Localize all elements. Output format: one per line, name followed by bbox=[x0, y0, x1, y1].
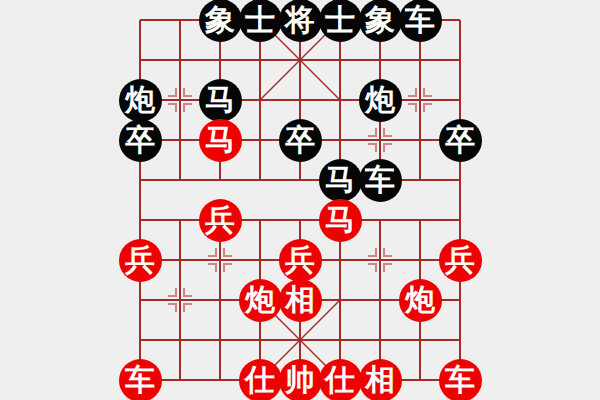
piece-glyph: 相 bbox=[359, 359, 402, 400]
piece-glyph: 车 bbox=[399, 0, 442, 42]
piece-glyph: 将 bbox=[279, 0, 322, 42]
piece-black-soldier[interactable]: 卒 bbox=[120, 120, 160, 160]
piece-black-soldier[interactable]: 卒 bbox=[440, 120, 480, 160]
piece-red-cannon[interactable]: 炮 bbox=[400, 280, 440, 320]
piece-red-elephant[interactable]: 相 bbox=[360, 360, 400, 400]
pieces-layer: 象士将士象车炮马炮卒马卒卒马车兵马兵兵兵炮相炮车仕帅仕相车 bbox=[120, 0, 480, 400]
piece-glyph: 士 bbox=[239, 0, 282, 42]
piece-glyph: 兵 bbox=[119, 239, 162, 282]
piece-black-horse[interactable]: 马 bbox=[200, 80, 240, 120]
piece-red-horse[interactable]: 马 bbox=[320, 200, 360, 240]
piece-glyph: 炮 bbox=[359, 79, 402, 122]
piece-glyph: 马 bbox=[319, 159, 362, 202]
piece-glyph: 兵 bbox=[199, 199, 242, 242]
piece-glyph: 卒 bbox=[279, 119, 322, 162]
piece-red-advisor[interactable]: 仕 bbox=[240, 360, 280, 400]
piece-glyph: 马 bbox=[199, 79, 242, 122]
piece-red-advisor[interactable]: 仕 bbox=[320, 360, 360, 400]
piece-glyph: 相 bbox=[279, 279, 322, 322]
piece-black-cannon[interactable]: 炮 bbox=[360, 80, 400, 120]
piece-glyph: 炮 bbox=[399, 279, 442, 322]
piece-glyph: 象 bbox=[199, 0, 242, 42]
piece-glyph: 象 bbox=[359, 0, 402, 42]
piece-glyph: 车 bbox=[359, 159, 402, 202]
piece-glyph: 马 bbox=[319, 199, 362, 242]
piece-red-general[interactable]: 帅 bbox=[280, 360, 320, 400]
piece-black-general[interactable]: 将 bbox=[280, 0, 320, 40]
piece-red-cannon[interactable]: 炮 bbox=[240, 280, 280, 320]
piece-glyph: 马 bbox=[199, 119, 242, 162]
piece-red-chariot[interactable]: 车 bbox=[120, 360, 160, 400]
piece-black-cannon[interactable]: 炮 bbox=[120, 80, 160, 120]
piece-red-soldier[interactable]: 兵 bbox=[120, 240, 160, 280]
piece-glyph: 士 bbox=[319, 0, 362, 42]
piece-glyph: 炮 bbox=[119, 79, 162, 122]
piece-glyph: 车 bbox=[119, 359, 162, 400]
piece-red-elephant[interactable]: 相 bbox=[280, 280, 320, 320]
piece-glyph: 兵 bbox=[439, 239, 482, 282]
piece-black-soldier[interactable]: 卒 bbox=[280, 120, 320, 160]
piece-glyph: 仕 bbox=[319, 359, 362, 400]
piece-red-chariot[interactable]: 车 bbox=[440, 360, 480, 400]
piece-glyph: 仕 bbox=[239, 359, 282, 400]
piece-glyph: 卒 bbox=[439, 119, 482, 162]
piece-black-elephant[interactable]: 象 bbox=[200, 0, 240, 40]
piece-black-chariot[interactable]: 车 bbox=[360, 160, 400, 200]
piece-red-soldier[interactable]: 兵 bbox=[440, 240, 480, 280]
piece-black-advisor[interactable]: 士 bbox=[320, 0, 360, 40]
piece-glyph: 炮 bbox=[239, 279, 282, 322]
piece-glyph: 卒 bbox=[119, 119, 162, 162]
xiangqi-board: 象士将士象车炮马炮卒马卒卒马车兵马兵兵兵炮相炮车仕帅仕相车 bbox=[0, 0, 600, 400]
piece-red-soldier[interactable]: 兵 bbox=[280, 240, 320, 280]
piece-red-soldier[interactable]: 兵 bbox=[200, 200, 240, 240]
piece-black-horse[interactable]: 马 bbox=[320, 160, 360, 200]
piece-black-elephant[interactable]: 象 bbox=[360, 0, 400, 40]
piece-glyph: 帅 bbox=[279, 359, 322, 400]
piece-black-advisor[interactable]: 士 bbox=[240, 0, 280, 40]
piece-red-horse[interactable]: 马 bbox=[200, 120, 240, 160]
piece-black-chariot[interactable]: 车 bbox=[400, 0, 440, 40]
piece-glyph: 兵 bbox=[279, 239, 322, 282]
piece-glyph: 车 bbox=[439, 359, 482, 400]
